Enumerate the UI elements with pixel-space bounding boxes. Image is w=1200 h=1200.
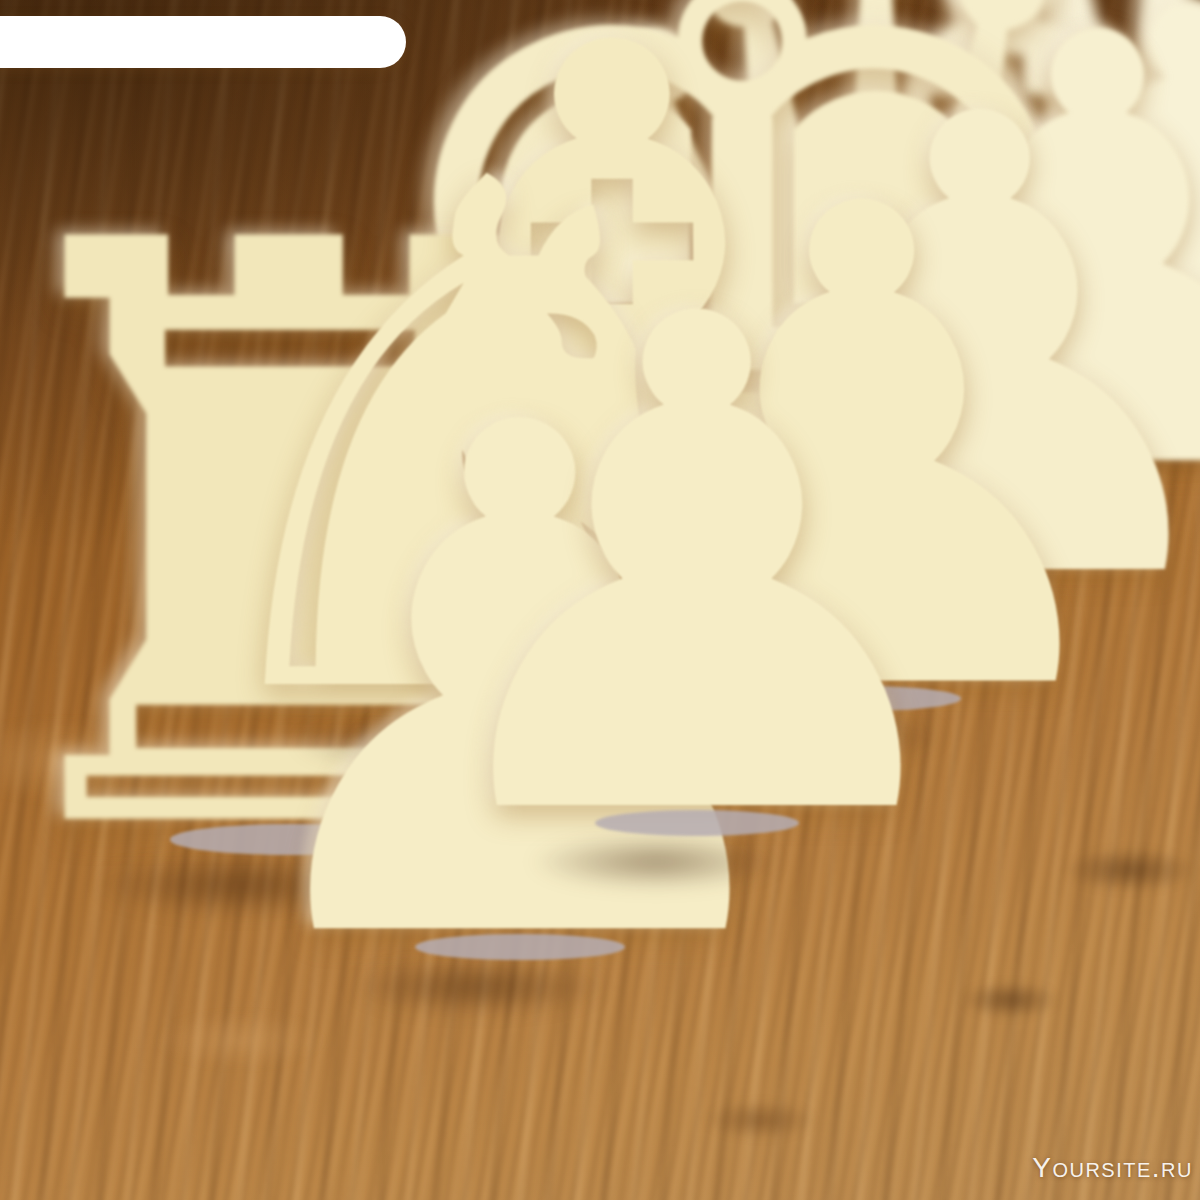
felt-ring: [595, 810, 799, 836]
chess-photo-scene: ♜♞♝♚♛♝♛♟♟♟♟♟♟ Yoursite.ru: [0, 0, 1200, 1200]
watermark-text: Yoursite.ru: [1032, 1152, 1193, 1184]
white-pawn-2-piece[interactable]: ♟: [392, 230, 1002, 910]
pieces-layer: ♜♞♝♚♛♝♛♟♟♟♟♟♟: [0, 0, 1200, 1200]
